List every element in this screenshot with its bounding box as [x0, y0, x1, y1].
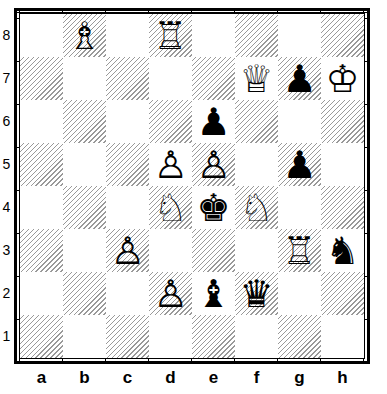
square-f5[interactable] — [235, 143, 278, 186]
square-b7[interactable] — [63, 57, 106, 100]
piece-white-pawn[interactable]: ♙ — [106, 229, 149, 272]
piece-white-queen[interactable]: ♕ — [235, 57, 278, 100]
square-e6[interactable]: ♟ — [192, 100, 235, 143]
square-d5[interactable]: ♙ — [149, 143, 192, 186]
square-a8[interactable] — [20, 14, 63, 57]
square-c1[interactable] — [106, 315, 149, 358]
square-c4[interactable] — [106, 186, 149, 229]
rank-label-1: 1 — [0, 315, 13, 358]
square-e5[interactable]: ♙ — [192, 143, 235, 186]
square-c7[interactable] — [106, 57, 149, 100]
file-label-d: d — [149, 366, 192, 390]
square-a3[interactable] — [20, 229, 63, 272]
rank-label-4: 4 — [0, 186, 13, 229]
square-c5[interactable] — [106, 143, 149, 186]
piece-black-queen[interactable]: ♛ — [235, 272, 278, 315]
square-e4[interactable]: ♚ — [192, 186, 235, 229]
chess-board[interactable]: ♗♖♕♟♔♟♙♙♟♘♚♘♙♖♞♙♝♛ — [20, 14, 364, 358]
board-frame: ♗♖♕♟♔♟♙♙♟♘♚♘♙♖♞♙♝♛ — [14, 8, 370, 364]
piece-black-pawn[interactable]: ♟ — [192, 100, 235, 143]
file-label-g: g — [278, 366, 321, 390]
piece-black-bishop[interactable]: ♝ — [192, 272, 235, 315]
rank-label-8: 8 — [0, 14, 13, 57]
rank-label-3: 3 — [0, 229, 13, 272]
file-label-c: c — [106, 366, 149, 390]
square-e2[interactable]: ♝ — [192, 272, 235, 315]
square-f2[interactable]: ♛ — [235, 272, 278, 315]
square-g6[interactable] — [278, 100, 321, 143]
square-h5[interactable] — [321, 143, 364, 186]
square-b8[interactable]: ♗ — [63, 14, 106, 57]
square-b1[interactable] — [63, 315, 106, 358]
piece-black-knight[interactable]: ♞ — [321, 229, 364, 272]
square-h1[interactable] — [321, 315, 364, 358]
square-c8[interactable] — [106, 14, 149, 57]
piece-black-pawn[interactable]: ♟ — [278, 57, 321, 100]
piece-white-pawn[interactable]: ♙ — [149, 272, 192, 315]
square-e1[interactable] — [192, 315, 235, 358]
square-d7[interactable] — [149, 57, 192, 100]
square-g8[interactable] — [278, 14, 321, 57]
square-a1[interactable] — [20, 315, 63, 358]
square-g2[interactable] — [278, 272, 321, 315]
square-e3[interactable] — [192, 229, 235, 272]
square-d6[interactable] — [149, 100, 192, 143]
square-h8[interactable] — [321, 14, 364, 57]
piece-white-rook[interactable]: ♖ — [149, 14, 192, 57]
square-g4[interactable] — [278, 186, 321, 229]
rank-label-5: 5 — [0, 143, 13, 186]
square-a6[interactable] — [20, 100, 63, 143]
square-b2[interactable] — [63, 272, 106, 315]
square-d1[interactable] — [149, 315, 192, 358]
piece-white-king[interactable]: ♔ — [321, 57, 364, 100]
rank-label-7: 7 — [0, 57, 13, 100]
chess-diagram: 87654321 ♗♖♕♟♔♟♙♙♟♘♚♘♙♖♞♙♝♛ abcdefgh — [0, 0, 387, 394]
piece-white-rook[interactable]: ♖ — [278, 229, 321, 272]
file-label-b: b — [63, 366, 106, 390]
rank-label-2: 2 — [0, 272, 13, 315]
file-label-f: f — [235, 366, 278, 390]
piece-black-king[interactable]: ♚ — [192, 186, 235, 229]
square-a5[interactable] — [20, 143, 63, 186]
rank-label-6: 6 — [0, 100, 13, 143]
square-h3[interactable]: ♞ — [321, 229, 364, 272]
square-a2[interactable] — [20, 272, 63, 315]
square-g7[interactable]: ♟ — [278, 57, 321, 100]
square-c2[interactable] — [106, 272, 149, 315]
square-f4[interactable]: ♘ — [235, 186, 278, 229]
square-c3[interactable]: ♙ — [106, 229, 149, 272]
file-label-a: a — [20, 366, 63, 390]
square-h4[interactable] — [321, 186, 364, 229]
square-h6[interactable] — [321, 100, 364, 143]
square-e7[interactable] — [192, 57, 235, 100]
square-c6[interactable] — [106, 100, 149, 143]
square-d3[interactable] — [149, 229, 192, 272]
piece-white-pawn[interactable]: ♙ — [149, 143, 192, 186]
square-g1[interactable] — [278, 315, 321, 358]
square-d2[interactable]: ♙ — [149, 272, 192, 315]
piece-white-bishop[interactable]: ♗ — [63, 14, 106, 57]
square-b6[interactable] — [63, 100, 106, 143]
square-b4[interactable] — [63, 186, 106, 229]
square-f1[interactable] — [235, 315, 278, 358]
square-f8[interactable] — [235, 14, 278, 57]
square-a7[interactable] — [20, 57, 63, 100]
square-h7[interactable]: ♔ — [321, 57, 364, 100]
square-g5[interactable]: ♟ — [278, 143, 321, 186]
file-label-h: h — [321, 366, 364, 390]
file-label-e: e — [192, 366, 235, 390]
square-f7[interactable]: ♕ — [235, 57, 278, 100]
square-d4[interactable]: ♘ — [149, 186, 192, 229]
square-e8[interactable] — [192, 14, 235, 57]
square-g3[interactable]: ♖ — [278, 229, 321, 272]
piece-white-knight[interactable]: ♘ — [149, 186, 192, 229]
square-b5[interactable] — [63, 143, 106, 186]
square-h2[interactable] — [321, 272, 364, 315]
square-f3[interactable] — [235, 229, 278, 272]
piece-black-pawn[interactable]: ♟ — [278, 143, 321, 186]
square-d8[interactable]: ♖ — [149, 14, 192, 57]
piece-white-knight[interactable]: ♘ — [235, 186, 278, 229]
piece-white-pawn[interactable]: ♙ — [192, 143, 235, 186]
square-b3[interactable] — [63, 229, 106, 272]
square-a4[interactable] — [20, 186, 63, 229]
square-f6[interactable] — [235, 100, 278, 143]
